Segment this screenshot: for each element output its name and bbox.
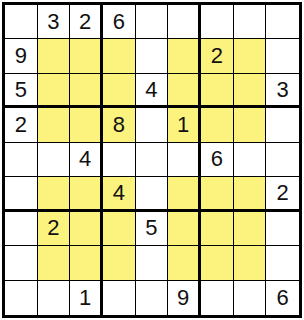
cell-r8c9[interactable] (266, 246, 299, 280)
cell-r1c1[interactable] (5, 5, 38, 39)
cell-r5c4[interactable] (103, 143, 136, 177)
cell-r5c8[interactable] (234, 143, 267, 177)
cell-r4c6[interactable]: 1 (168, 108, 201, 142)
sudoku-page: 32692543281464225196 (0, 0, 304, 320)
cell-r5c5[interactable] (136, 143, 169, 177)
cell-r2c2[interactable] (38, 39, 71, 73)
cell-r6c4[interactable]: 4 (103, 177, 136, 211)
cell-r6c9[interactable]: 2 (266, 177, 299, 211)
cell-r8c6[interactable] (168, 246, 201, 280)
cell-r1c6[interactable] (168, 5, 201, 39)
cell-r7c8[interactable] (234, 212, 267, 246)
cell-r5c2[interactable] (38, 143, 71, 177)
cell-r2c5[interactable] (136, 39, 169, 73)
cell-r7c9[interactable] (266, 212, 299, 246)
cell-r4c4[interactable]: 8 (103, 108, 136, 142)
cell-r4c5[interactable] (136, 108, 169, 142)
cell-r9c8[interactable] (234, 281, 267, 315)
cell-r6c6[interactable] (168, 177, 201, 211)
cell-r1c7[interactable] (201, 5, 234, 39)
cell-r5c3[interactable]: 4 (70, 143, 103, 177)
cell-r8c3[interactable] (70, 246, 103, 280)
cell-r8c5[interactable] (136, 246, 169, 280)
cell-r3c9[interactable]: 3 (266, 74, 299, 108)
cell-r3c8[interactable] (234, 74, 267, 108)
cell-r4c3[interactable] (70, 108, 103, 142)
cell-r9c2[interactable] (38, 281, 71, 315)
cell-r5c7[interactable]: 6 (201, 143, 234, 177)
cell-r3c7[interactable] (201, 74, 234, 108)
cell-r2c1[interactable]: 9 (5, 39, 38, 73)
cell-r6c7[interactable] (201, 177, 234, 211)
cell-r9c7[interactable] (201, 281, 234, 315)
cell-r2c4[interactable] (103, 39, 136, 73)
cell-r2c3[interactable] (70, 39, 103, 73)
cell-r6c2[interactable] (38, 177, 71, 211)
cell-r7c3[interactable] (70, 212, 103, 246)
cell-r8c7[interactable] (201, 246, 234, 280)
cell-r7c2[interactable]: 2 (38, 212, 71, 246)
cell-r6c3[interactable] (70, 177, 103, 211)
cell-r4c1[interactable]: 2 (5, 108, 38, 142)
cell-r4c8[interactable] (234, 108, 267, 142)
cell-r8c1[interactable] (5, 246, 38, 280)
cell-r3c4[interactable] (103, 74, 136, 108)
cell-r3c3[interactable] (70, 74, 103, 108)
sudoku-board: 32692543281464225196 (2, 2, 302, 318)
cell-r1c2[interactable]: 3 (38, 5, 71, 39)
cell-r9c1[interactable] (5, 281, 38, 315)
cell-r1c8[interactable] (234, 5, 267, 39)
cell-r6c5[interactable] (136, 177, 169, 211)
cell-r9c6[interactable]: 9 (168, 281, 201, 315)
cell-r7c5[interactable]: 5 (136, 212, 169, 246)
cell-r9c5[interactable] (136, 281, 169, 315)
cell-r9c4[interactable] (103, 281, 136, 315)
cell-r8c8[interactable] (234, 246, 267, 280)
cell-r5c9[interactable] (266, 143, 299, 177)
cell-r1c5[interactable] (136, 5, 169, 39)
cell-r6c1[interactable] (5, 177, 38, 211)
cell-r7c1[interactable] (5, 212, 38, 246)
cell-r2c7[interactable]: 2 (201, 39, 234, 73)
cell-r7c6[interactable] (168, 212, 201, 246)
cell-r3c2[interactable] (38, 74, 71, 108)
cell-r3c1[interactable]: 5 (5, 74, 38, 108)
cell-r7c4[interactable] (103, 212, 136, 246)
cell-r7c7[interactable] (201, 212, 234, 246)
cell-r2c9[interactable] (266, 39, 299, 73)
cell-r3c5[interactable]: 4 (136, 74, 169, 108)
cell-r1c4[interactable]: 6 (103, 5, 136, 39)
cell-r8c2[interactable] (38, 246, 71, 280)
cell-r1c3[interactable]: 2 (70, 5, 103, 39)
cell-r6c8[interactable] (234, 177, 267, 211)
cell-r1c9[interactable] (266, 5, 299, 39)
cell-r2c8[interactable] (234, 39, 267, 73)
cell-r8c4[interactable] (103, 246, 136, 280)
cell-r9c3[interactable]: 1 (70, 281, 103, 315)
cell-r2c6[interactable] (168, 39, 201, 73)
cell-r5c1[interactable] (5, 143, 38, 177)
cell-r3c6[interactable] (168, 74, 201, 108)
cell-r5c6[interactable] (168, 143, 201, 177)
cell-r4c7[interactable] (201, 108, 234, 142)
cell-r4c9[interactable] (266, 108, 299, 142)
cell-r4c2[interactable] (38, 108, 71, 142)
cell-r9c9[interactable]: 6 (266, 281, 299, 315)
